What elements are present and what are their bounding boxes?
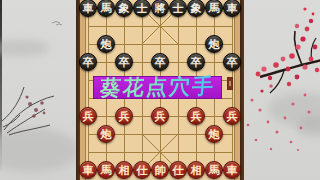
piece-red-相-f2r9[interactable]: 相 (115, 161, 133, 179)
piece-label: 卒 (119, 54, 130, 69)
piece-red-兵-f2r6[interactable]: 兵 (115, 107, 133, 125)
piece-label: 士 (173, 0, 184, 15)
piece-black-炮-f1r2[interactable]: 炮 (97, 35, 115, 53)
piece-label: 卒 (191, 54, 202, 69)
piece-red-兵-f4r6[interactable]: 兵 (151, 107, 169, 125)
piece-label: 車 (83, 0, 94, 15)
piece-black-卒-f6r3[interactable]: 卒 (187, 53, 205, 71)
piece-label: 馬 (101, 0, 112, 15)
piece-label: 帥 (155, 162, 166, 177)
piece-red-車-f8r9[interactable]: 車 (223, 161, 241, 179)
piece-red-相-f6r9[interactable]: 相 (187, 161, 205, 179)
piece-red-兵-f6r6[interactable]: 兵 (187, 107, 205, 125)
piece-label: 兵 (83, 108, 94, 123)
banner-text: 葵花点穴手 (99, 75, 216, 100)
piece-red-炮-f1r7[interactable]: 炮 (97, 125, 115, 143)
piece-red-仕-f3r9[interactable]: 仕 (133, 161, 151, 179)
piece-red-帥-f4r9[interactable]: 帥 (151, 161, 169, 179)
piece-label: 兵 (119, 108, 130, 123)
piece-label: 相 (191, 162, 202, 177)
title-banner: 葵花点穴手 (93, 76, 222, 99)
piece-black-卒-f4r3[interactable]: 卒 (151, 53, 169, 71)
piece-label: 象 (119, 0, 130, 15)
piece-label: 仕 (173, 162, 184, 177)
piece-red-車-f0r9[interactable]: 車 (79, 161, 97, 179)
piece-label: 炮 (101, 36, 112, 51)
piece-label: 炮 (209, 36, 220, 51)
piece-black-卒-f0r3[interactable]: 卒 (79, 53, 97, 71)
piece-label: 車 (227, 162, 238, 177)
piece-label: 炮 (209, 126, 220, 141)
piece-label: 馬 (209, 162, 220, 177)
piece-red-炮-f7r7[interactable]: 炮 (205, 125, 223, 143)
piece-label: 將 (155, 0, 166, 15)
piece-label: 馬 (101, 162, 112, 177)
piece-red-兵-f8r6[interactable]: 兵 (223, 107, 241, 125)
piece-red-馬-f1r9[interactable]: 馬 (97, 161, 115, 179)
piece-label: 卒 (155, 54, 166, 69)
piece-red-兵-f0r6[interactable]: 兵 (79, 107, 97, 125)
piece-black-卒-f2r3[interactable]: 卒 (115, 53, 133, 71)
piece-black-卒-f8r3[interactable]: 卒 (223, 53, 241, 71)
piece-label: 卒 (83, 54, 94, 69)
piece-label: 象 (191, 0, 202, 15)
piece-label: 兵 (191, 108, 202, 123)
piece-label: 相 (119, 162, 130, 177)
piece-black-炮-f7r2[interactable]: 炮 (205, 35, 223, 53)
piece-label: 兵 (155, 108, 166, 123)
piece-label: 仕 (137, 162, 148, 177)
app-window: 葵花点穴手 車馬象士將士象馬車炮炮卒卒卒卒卒兵兵兵兵兵炮炮車馬相仕帥仕相馬車 (0, 0, 320, 180)
piece-label: 卒 (227, 54, 238, 69)
piece-red-仕-f5r9[interactable]: 仕 (169, 161, 187, 179)
piece-label: 炮 (101, 126, 112, 141)
piece-red-馬-f7r9[interactable]: 馬 (205, 161, 223, 179)
piece-label: 兵 (227, 108, 238, 123)
piece-label: 馬 (209, 0, 220, 15)
piece-label: 車 (227, 0, 238, 15)
piece-label: 車 (83, 162, 94, 177)
piece-label: 士 (137, 0, 148, 15)
river-seal-stamp (227, 77, 233, 90)
